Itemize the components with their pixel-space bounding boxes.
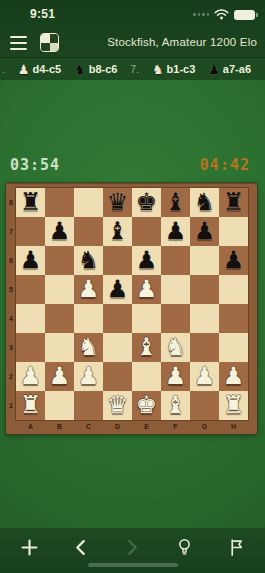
- black-pawn[interactable]: ♟: [194, 217, 216, 246]
- white-pawn[interactable]: ♟: [194, 362, 216, 391]
- square-a3[interactable]: [16, 333, 45, 362]
- square-e6[interactable]: ♟: [132, 246, 161, 275]
- square-d3[interactable]: [103, 333, 132, 362]
- square-g6[interactable]: [190, 246, 219, 275]
- square-b8[interactable]: [45, 188, 74, 217]
- home-indicator[interactable]: [88, 563, 178, 567]
- move-number: .: [2, 63, 5, 75]
- square-c5[interactable]: ♟: [74, 275, 103, 304]
- square-d7[interactable]: ♝: [103, 217, 132, 246]
- file-label-h: H: [219, 420, 248, 434]
- black-clock: 04:42: [200, 156, 250, 174]
- square-b2[interactable]: ♟: [45, 362, 74, 391]
- black-rook[interactable]: ♜: [20, 188, 42, 217]
- square-a7[interactable]: [16, 217, 45, 246]
- square-a4[interactable]: [16, 304, 45, 333]
- move-entry[interactable]: ♟d4-c5: [18, 63, 61, 76]
- file-label-c: C: [74, 420, 103, 434]
- square-c1[interactable]: [74, 391, 103, 420]
- white-pawn-icon: ♟: [18, 63, 30, 76]
- file-label-d: D: [103, 420, 132, 434]
- lightbulb-icon: [177, 538, 192, 556]
- square-a5[interactable]: [16, 275, 45, 304]
- rank-label-2: 2: [6, 362, 16, 391]
- white-pawn[interactable]: ♟: [49, 362, 71, 391]
- square-f1[interactable]: ♝: [161, 391, 190, 420]
- file-label-g: G: [190, 420, 219, 434]
- move-number: 7.: [130, 63, 139, 75]
- cellular-signal-icon: [193, 13, 209, 16]
- square-f7[interactable]: ♟: [161, 217, 190, 246]
- square-g2[interactable]: ♟: [190, 362, 219, 391]
- black-pawn[interactable]: ♟: [107, 275, 129, 304]
- white-bishop[interactable]: ♝: [165, 391, 187, 420]
- white-king[interactable]: ♚: [136, 391, 158, 420]
- white-queen[interactable]: ♛: [107, 391, 129, 420]
- black-pawn[interactable]: ♟: [20, 246, 42, 275]
- board-app-icon[interactable]: [40, 33, 59, 52]
- square-e2[interactable]: [132, 362, 161, 391]
- move-label: d4-c5: [32, 63, 61, 75]
- file-label-b: B: [45, 420, 74, 434]
- square-e4[interactable]: [132, 304, 161, 333]
- square-d4[interactable]: [103, 304, 132, 333]
- top-band: 9:51 Stockfish, Amateur 1200 Elo .♟d4-c5…: [0, 0, 265, 80]
- square-c6[interactable]: ♞: [74, 246, 103, 275]
- square-d1[interactable]: ♛: [103, 391, 132, 420]
- white-pawn[interactable]: ♟: [20, 362, 42, 391]
- square-d5[interactable]: ♟: [103, 275, 132, 304]
- square-b4[interactable]: [45, 304, 74, 333]
- square-c2[interactable]: ♟: [74, 362, 103, 391]
- hint-button[interactable]: [173, 536, 195, 558]
- black-knight-icon: ♞: [74, 63, 86, 76]
- white-pawn[interactable]: ♟: [223, 362, 245, 391]
- black-bishop[interactable]: ♝: [107, 217, 129, 246]
- square-a8[interactable]: ♜: [16, 188, 45, 217]
- black-king[interactable]: ♚: [136, 188, 158, 217]
- square-f5[interactable]: [161, 275, 190, 304]
- white-knight-icon: ♞: [152, 63, 164, 76]
- wifi-icon: [214, 9, 229, 20]
- square-c8[interactable]: [74, 188, 103, 217]
- square-b3[interactable]: [45, 333, 74, 362]
- white-pawn[interactable]: ♟: [165, 362, 187, 391]
- square-h5[interactable]: [219, 275, 248, 304]
- square-b7[interactable]: ♟: [45, 217, 74, 246]
- chevron-right-icon: [125, 539, 140, 556]
- chevron-left-icon: [73, 539, 88, 556]
- square-h3[interactable]: [219, 333, 248, 362]
- square-a1[interactable]: ♜: [16, 391, 45, 420]
- white-rook[interactable]: ♜: [20, 391, 42, 420]
- square-g5[interactable]: [190, 275, 219, 304]
- square-g1[interactable]: [190, 391, 219, 420]
- rank-label-4: 4: [6, 304, 16, 333]
- white-rook[interactable]: ♜: [223, 391, 245, 420]
- file-label-f: F: [161, 420, 190, 434]
- file-labels: ABCDEFGH: [16, 420, 248, 434]
- square-d8[interactable]: ♛: [103, 188, 132, 217]
- file-label-e: E: [132, 420, 161, 434]
- square-h1[interactable]: ♜: [219, 391, 248, 420]
- square-a2[interactable]: ♟: [16, 362, 45, 391]
- square-e1[interactable]: ♚: [132, 391, 161, 420]
- new-game-button[interactable]: [18, 536, 40, 558]
- rank-labels: 87654321: [6, 188, 16, 420]
- square-g4[interactable]: [190, 304, 219, 333]
- black-pawn[interactable]: ♟: [223, 246, 245, 275]
- square-g3[interactable]: [190, 333, 219, 362]
- square-h4[interactable]: [219, 304, 248, 333]
- square-e5[interactable]: ♟: [132, 275, 161, 304]
- previous-move-button[interactable]: [70, 536, 92, 558]
- square-e8[interactable]: ♚: [132, 188, 161, 217]
- black-pawn-icon: ♟: [208, 63, 220, 76]
- white-pawn[interactable]: ♟: [136, 275, 158, 304]
- square-g7[interactable]: ♟: [190, 217, 219, 246]
- black-rook[interactable]: ♜: [223, 188, 245, 217]
- white-knight[interactable]: ♞: [165, 333, 187, 362]
- file-label-a: A: [16, 420, 45, 434]
- square-c4[interactable]: [74, 304, 103, 333]
- move-entry[interactable]: ♞b8-c6: [74, 63, 117, 76]
- rank-label-7: 7: [6, 217, 16, 246]
- rank-label-5: 5: [6, 275, 16, 304]
- menu-button[interactable]: [10, 36, 27, 50]
- resign-button[interactable]: [225, 536, 247, 558]
- black-pawn[interactable]: ♟: [165, 217, 187, 246]
- square-f3[interactable]: ♞: [161, 333, 190, 362]
- rank-label-6: 6: [6, 246, 16, 275]
- white-knight[interactable]: ♞: [78, 333, 100, 362]
- white-pawn[interactable]: ♟: [78, 362, 100, 391]
- chess-board: 87654321 ♜♛♚♝♞♜♟♝♟♟♟♞♟♟♟♟♟♞♝♞♟♟♟♟♟♟♜♛♚♝♜…: [6, 183, 257, 434]
- square-h2[interactable]: ♟: [219, 362, 248, 391]
- square-c3[interactable]: ♞: [74, 333, 103, 362]
- rank-label-1: 1: [6, 391, 16, 420]
- app-screen: 9:51 Stockfish, Amateur 1200 Elo .♟d4-c5…: [0, 0, 265, 573]
- black-bishop[interactable]: ♝: [165, 188, 187, 217]
- plus-icon: [21, 539, 38, 556]
- move-label: b1-c3: [167, 63, 196, 75]
- square-f4[interactable]: [161, 304, 190, 333]
- square-e3[interactable]: ♝: [132, 333, 161, 362]
- black-pawn[interactable]: ♟: [136, 246, 158, 275]
- square-f6[interactable]: [161, 246, 190, 275]
- move-label: a7-a6: [223, 63, 251, 75]
- square-g8[interactable]: ♞: [190, 188, 219, 217]
- square-f2[interactable]: ♟: [161, 362, 190, 391]
- board-grid: ♜♛♚♝♞♜♟♝♟♟♟♞♟♟♟♟♟♞♝♞♟♟♟♟♟♟♜♛♚♝♜: [16, 188, 248, 420]
- square-e7[interactable]: [132, 217, 161, 246]
- status-bar: 9:51: [0, 0, 265, 30]
- rank-label-3: 3: [6, 333, 16, 362]
- white-pawn[interactable]: ♟: [78, 275, 100, 304]
- square-f8[interactable]: ♝: [161, 188, 190, 217]
- flag-icon: [229, 539, 244, 556]
- status-time: 9:51: [30, 7, 55, 21]
- white-clock: 03:54: [10, 156, 60, 174]
- move-entry[interactable]: ♞b1-c3: [152, 63, 195, 76]
- black-pawn[interactable]: ♟: [49, 217, 71, 246]
- square-c7[interactable]: [74, 217, 103, 246]
- move-list-bar[interactable]: .♟d4-c5♞b8-c67.♞b1-c3♟a7-a6: [0, 57, 265, 80]
- square-h8[interactable]: ♜: [219, 188, 248, 217]
- square-a6[interactable]: ♟: [16, 246, 45, 275]
- move-entry[interactable]: ♟a7-a6: [208, 63, 251, 76]
- square-d6[interactable]: [103, 246, 132, 275]
- white-bishop[interactable]: ♝: [136, 333, 158, 362]
- opponent-title: Stockfish, Amateur 1200 Elo: [107, 36, 257, 48]
- black-queen[interactable]: ♛: [107, 188, 129, 217]
- black-knight[interactable]: ♞: [194, 188, 216, 217]
- battery-icon: [234, 10, 255, 20]
- square-b1[interactable]: [45, 391, 74, 420]
- square-b5[interactable]: [45, 275, 74, 304]
- square-h7[interactable]: [219, 217, 248, 246]
- next-move-button[interactable]: [122, 536, 144, 558]
- square-h6[interactable]: ♟: [219, 246, 248, 275]
- square-d2[interactable]: [103, 362, 132, 391]
- move-label: b8-c6: [89, 63, 118, 75]
- black-knight[interactable]: ♞: [78, 246, 100, 275]
- header: Stockfish, Amateur 1200 Elo: [0, 30, 265, 57]
- square-b6[interactable]: [45, 246, 74, 275]
- rank-label-8: 8: [6, 188, 16, 217]
